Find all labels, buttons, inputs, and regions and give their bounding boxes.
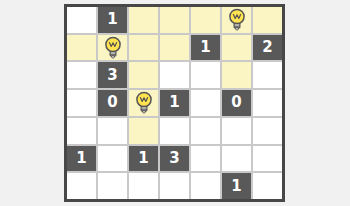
cell-r6c1: 1 <box>67 146 96 172</box>
cell-r6c2[interactable] <box>98 146 127 172</box>
cell-r1c5[interactable] <box>191 7 220 33</box>
cell-r6c7[interactable] <box>253 146 282 172</box>
clue-number: 2 <box>262 40 272 55</box>
cell-r5c5[interactable] <box>191 118 220 144</box>
cell-r3c3[interactable] <box>129 62 158 88</box>
cell-r3c4[interactable] <box>160 62 189 88</box>
light-bulb-icon <box>227 8 247 31</box>
cell-r2c6[interactable] <box>222 35 251 61</box>
cell-r1c7[interactable] <box>253 7 282 33</box>
cell-r5c4[interactable] <box>160 118 189 144</box>
cell-r7c4[interactable] <box>160 173 189 199</box>
cell-r1c2: 1 <box>98 7 127 33</box>
page: { "game": "Light Up (Akari)", "position"… <box>0 0 350 206</box>
clue-number: 1 <box>231 179 241 194</box>
clue-number: 0 <box>107 95 117 110</box>
cell-r1c4[interactable] <box>160 7 189 33</box>
clue-number: 3 <box>169 151 179 166</box>
cell-r2c1[interactable] <box>67 35 96 61</box>
cell-r2c3[interactable] <box>129 35 158 61</box>
light-bulb-icon <box>103 36 123 59</box>
clue-number: 1 <box>138 151 148 166</box>
cell-r1c3[interactable] <box>129 7 158 33</box>
cell-r3c5[interactable] <box>191 62 220 88</box>
cell-r5c7[interactable] <box>253 118 282 144</box>
cell-r2c5: 1 <box>191 35 220 61</box>
cell-r6c4: 3 <box>160 146 189 172</box>
cell-r3c2: 3 <box>98 62 127 88</box>
cell-r7c6: 1 <box>222 173 251 199</box>
cell-r7c3[interactable] <box>129 173 158 199</box>
cell-r6c3: 1 <box>129 146 158 172</box>
cell-r6c6[interactable] <box>222 146 251 172</box>
clue-number: 1 <box>200 40 210 55</box>
cell-r4c7[interactable] <box>253 90 282 116</box>
clue-number: 3 <box>107 68 117 83</box>
cell-r2c7: 2 <box>253 35 282 61</box>
cell-r3c7[interactable] <box>253 62 282 88</box>
cell-r4c6: 0 <box>222 90 251 116</box>
cell-r2c2[interactable] <box>98 35 127 61</box>
cell-r6c5[interactable] <box>191 146 220 172</box>
cell-r7c7[interactable] <box>253 173 282 199</box>
cell-r4c4: 1 <box>160 90 189 116</box>
cell-r3c6[interactable] <box>222 62 251 88</box>
cell-r5c6[interactable] <box>222 118 251 144</box>
clue-number: 0 <box>231 95 241 110</box>
cell-r2c4[interactable] <box>160 35 189 61</box>
clue-number: 1 <box>107 12 117 27</box>
clue-number: 1 <box>169 95 179 110</box>
cell-r1c1[interactable] <box>67 7 96 33</box>
cell-r4c5[interactable] <box>191 90 220 116</box>
cell-r3c1[interactable] <box>67 62 96 88</box>
akari-board: 1 1230 101131 <box>64 4 285 202</box>
cell-r7c2[interactable] <box>98 173 127 199</box>
cell-r5c3[interactable] <box>129 118 158 144</box>
light-bulb-icon <box>134 91 154 114</box>
cell-r4c1[interactable] <box>67 90 96 116</box>
clue-number: 1 <box>76 151 86 166</box>
cell-r7c1[interactable] <box>67 173 96 199</box>
cell-r4c3[interactable] <box>129 90 158 116</box>
cell-r4c2: 0 <box>98 90 127 116</box>
cell-r5c1[interactable] <box>67 118 96 144</box>
cell-r1c6[interactable] <box>222 7 251 33</box>
cell-r5c2[interactable] <box>98 118 127 144</box>
cell-r7c5[interactable] <box>191 173 220 199</box>
